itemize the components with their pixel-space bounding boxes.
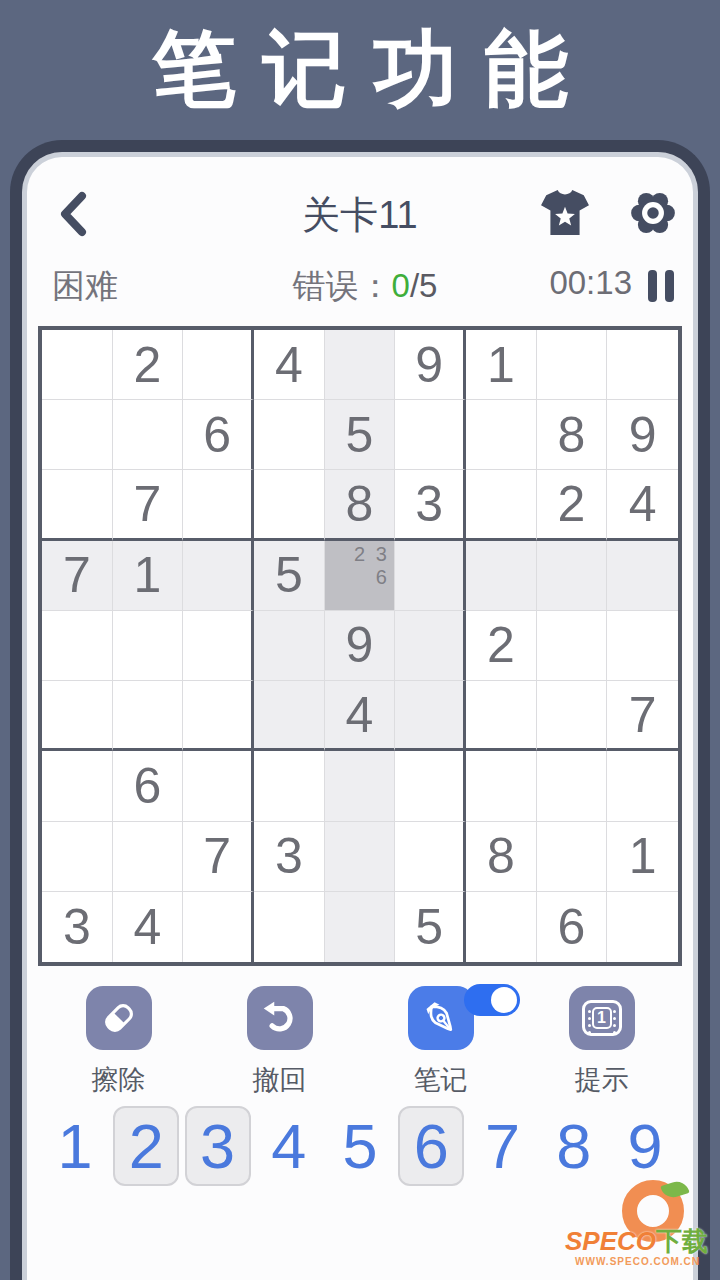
hint-dots-right	[613, 1010, 616, 1013]
theme-button[interactable]	[540, 188, 590, 238]
selected-cell[interactable]: 236	[325, 541, 396, 611]
erase-button[interactable]	[86, 986, 152, 1050]
sudoku-cell-r8c1[interactable]	[42, 822, 113, 892]
sudoku-cell-r5c7[interactable]: 2	[466, 611, 537, 681]
pause-button[interactable]	[648, 270, 678, 302]
banner-title: 笔记功能	[0, 6, 720, 134]
hint-icon: 1	[582, 1000, 622, 1036]
sudoku-cell-r3c5[interactable]: 8	[325, 470, 396, 540]
sudoku-cell-r4c9[interactable]	[607, 541, 678, 611]
sudoku-cell-r1c6[interactable]: 9	[395, 330, 466, 400]
sudoku-cell-r9c5[interactable]	[325, 892, 396, 962]
notes-button[interactable]	[408, 986, 474, 1050]
note-slot-6: 6	[370, 566, 392, 589]
sudoku-cell-r9c1[interactable]: 3	[42, 892, 113, 962]
note-slot-9	[370, 589, 392, 608]
sudoku-cell-r8c3[interactable]: 7	[183, 822, 254, 892]
erase-tool: 擦除	[64, 986, 174, 1098]
sudoku-cell-r8c9[interactable]: 1	[607, 822, 678, 892]
sudoku-cell-r9c8[interactable]: 6	[537, 892, 608, 962]
sudoku-cell-r6c8[interactable]	[537, 681, 608, 751]
sudoku-cell-r1c7[interactable]: 1	[466, 330, 537, 400]
sudoku-cell-r1c2[interactable]: 2	[113, 330, 184, 400]
hint-tool: 1 提示	[547, 986, 657, 1098]
note-slot-2: 2	[349, 543, 371, 566]
sudoku-cell-r7c1[interactable]	[42, 751, 113, 821]
watermark-url: WWW.SPECO.COM.CN	[575, 1256, 700, 1267]
tshirt-star-icon	[540, 188, 590, 238]
sudoku-cell-r4c1[interactable]: 7	[42, 541, 113, 611]
sudoku-cell-r1c3[interactable]	[183, 330, 254, 400]
sudoku-cell-r2c9[interactable]: 9	[607, 400, 678, 470]
sudoku-cell-r3c3[interactable]	[183, 470, 254, 540]
watermark-brand-cn: 下载	[656, 1226, 708, 1256]
undo-icon	[259, 997, 301, 1039]
timer: 00:13	[549, 264, 632, 302]
numpad-1[interactable]: 1	[42, 1106, 108, 1186]
notes-tool: 笔记	[386, 986, 496, 1098]
sudoku-cell-r5c2[interactable]	[113, 611, 184, 681]
sudoku-cell-r2c2[interactable]	[113, 400, 184, 470]
sudoku-cell-r2c8[interactable]: 8	[537, 400, 608, 470]
sudoku-cell-r6c4[interactable]	[254, 681, 325, 751]
sudoku-cell-r3c2[interactable]: 7	[113, 470, 184, 540]
watermark-brand-en: SPECO	[565, 1226, 656, 1256]
error-max: /5	[410, 267, 438, 304]
numpad-4[interactable]: 4	[256, 1106, 322, 1186]
sudoku-cell-r3c6[interactable]: 3	[395, 470, 466, 540]
sudoku-cell-r7c2[interactable]: 6	[113, 751, 184, 821]
sudoku-cell-r3c7[interactable]	[466, 470, 537, 540]
sudoku-cell-r6c7[interactable]	[466, 681, 537, 751]
number-pad: 123456789	[42, 1106, 678, 1186]
sudoku-cell-r4c7[interactable]	[466, 541, 537, 611]
hint-dots-left	[588, 1010, 591, 1013]
sudoku-cell-r9c2[interactable]: 4	[113, 892, 184, 962]
note-slot-1	[327, 543, 349, 566]
note-slot-3: 3	[370, 543, 392, 566]
sudoku-cell-r4c2[interactable]: 1	[113, 541, 184, 611]
notes-toggle-on[interactable]	[464, 984, 520, 1016]
watermark: SPECO下载 WWW.SPECO.COM.CN	[554, 1180, 714, 1276]
sudoku-cell-r6c6[interactable]	[395, 681, 466, 751]
sudoku-cell-r4c8[interactable]	[537, 541, 608, 611]
sudoku-cell-r5c1[interactable]	[42, 611, 113, 681]
sudoku-cell-r6c2[interactable]	[113, 681, 184, 751]
sudoku-cell-r5c9[interactable]	[607, 611, 678, 681]
sudoku-cell-r8c6[interactable]	[395, 822, 466, 892]
hint-count: 1	[592, 1007, 612, 1029]
sudoku-cell-r6c5[interactable]: 4	[325, 681, 396, 751]
pen-icon	[420, 997, 462, 1039]
error-label: 错误：	[293, 267, 392, 304]
sudoku-cell-r7c9[interactable]	[607, 751, 678, 821]
sudoku-cell-r8c7[interactable]: 8	[466, 822, 537, 892]
sudoku-cell-r3c9[interactable]: 4	[607, 470, 678, 540]
sudoku-cell-r9c6[interactable]: 5	[395, 892, 466, 962]
sudoku-cell-r5c5[interactable]: 9	[325, 611, 396, 681]
sudoku-cell-r9c9[interactable]	[607, 892, 678, 962]
sudoku-cell-r2c5[interactable]: 5	[325, 400, 396, 470]
numpad-3[interactable]: 3	[185, 1106, 251, 1186]
sudoku-cell-r1c8[interactable]	[537, 330, 608, 400]
note-slot-7	[327, 589, 349, 608]
numpad-9[interactable]: 9	[612, 1106, 678, 1186]
sudoku-cell-r5c8[interactable]	[537, 611, 608, 681]
toggle-knob	[491, 987, 517, 1013]
sudoku-cell-r2c6[interactable]	[395, 400, 466, 470]
sudoku-cell-r6c1[interactable]	[42, 681, 113, 751]
sudoku-cell-r1c4[interactable]: 4	[254, 330, 325, 400]
sudoku-cell-r7c7[interactable]	[466, 751, 537, 821]
numpad-6[interactable]: 6	[398, 1106, 464, 1186]
sudoku-cell-r3c1[interactable]	[42, 470, 113, 540]
sudoku-cell-r7c3[interactable]	[183, 751, 254, 821]
sudoku-cell-r1c1[interactable]	[42, 330, 113, 400]
sudoku-cell-r6c3[interactable]	[183, 681, 254, 751]
notes-label: 笔记	[414, 1062, 468, 1098]
undo-label: 撤回	[253, 1062, 307, 1098]
sudoku-cell-r2c4[interactable]	[254, 400, 325, 470]
sudoku-cell-r7c8[interactable]	[537, 751, 608, 821]
numpad-8[interactable]: 8	[541, 1106, 607, 1186]
sudoku-board: 24916589783247152369247673813456	[38, 326, 682, 966]
sudoku-cell-r3c4[interactable]	[254, 470, 325, 540]
sudoku-cell-r9c7[interactable]	[466, 892, 537, 962]
sudoku-cell-r2c1[interactable]	[42, 400, 113, 470]
sudoku-cell-r8c8[interactable]	[537, 822, 608, 892]
sudoku-cell-r1c9[interactable]	[607, 330, 678, 400]
sudoku-cell-r1c5[interactable]	[325, 330, 396, 400]
sudoku-cell-r8c2[interactable]	[113, 822, 184, 892]
sudoku-cell-r8c4[interactable]: 3	[254, 822, 325, 892]
note-slot-4	[327, 566, 349, 589]
watermark-brand: SPECO下载	[565, 1224, 708, 1259]
undo-button[interactable]	[247, 986, 313, 1050]
settings-button[interactable]	[628, 188, 678, 238]
sudoku-cell-r4c4[interactable]: 5	[254, 541, 325, 611]
sudoku-cell-r3c8[interactable]: 2	[537, 470, 608, 540]
status-bar: 困难 错误：0/5 00:13	[52, 262, 678, 306]
sudoku-cell-r5c3[interactable]	[183, 611, 254, 681]
sudoku-cell-r7c4[interactable]	[254, 751, 325, 821]
sudoku-cell-r5c4[interactable]	[254, 611, 325, 681]
eraser-icon	[98, 997, 140, 1039]
gear-icon	[628, 188, 678, 238]
sudoku-cell-r4c6[interactable]	[395, 541, 466, 611]
erase-label: 擦除	[92, 1062, 146, 1098]
error-current: 0	[392, 267, 410, 304]
sudoku-cell-r7c5[interactable]	[325, 751, 396, 821]
sudoku-cell-r6c9[interactable]: 7	[607, 681, 678, 751]
sudoku-cell-r8c5[interactable]	[325, 822, 396, 892]
screenshot-stage: 笔记功能 关卡11	[0, 0, 720, 1280]
app-header: 关卡11	[38, 186, 682, 242]
undo-tool: 撤回	[225, 986, 335, 1098]
sudoku-cell-r2c7[interactable]	[466, 400, 537, 470]
sudoku-cell-r4c3[interactable]	[183, 541, 254, 611]
sudoku-cell-r5c6[interactable]	[395, 611, 466, 681]
pencil-notes: 236	[327, 543, 393, 608]
sudoku-cell-r9c3[interactable]	[183, 892, 254, 962]
numpad-2[interactable]: 2	[113, 1106, 179, 1186]
sudoku-cell-r2c3[interactable]: 6	[183, 400, 254, 470]
numpad-5[interactable]: 5	[327, 1106, 393, 1186]
numpad-7[interactable]: 7	[470, 1106, 536, 1186]
sudoku-cell-r9c4[interactable]	[254, 892, 325, 962]
toolbar: 擦除 撤回	[38, 986, 682, 1098]
note-slot-8	[349, 589, 371, 608]
sudoku-cell-r7c6[interactable]	[395, 751, 466, 821]
note-slot-5	[349, 566, 371, 589]
hint-button[interactable]: 1	[569, 986, 635, 1050]
hint-label: 提示	[575, 1062, 629, 1098]
